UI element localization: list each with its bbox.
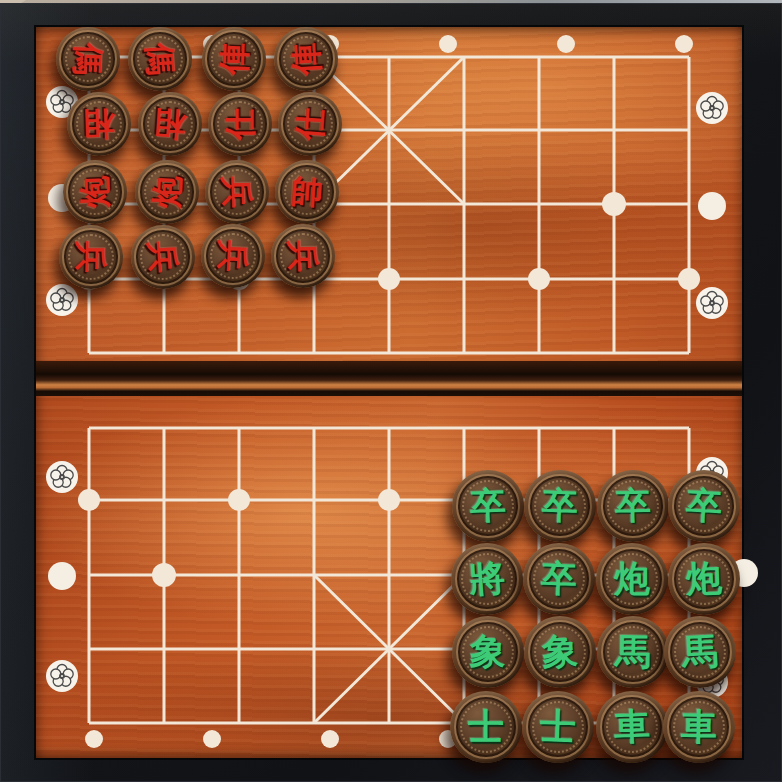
green-horse-piece[interactable]: 馬 <box>664 616 736 688</box>
red-soldier-piece[interactable]: 兵 <box>271 224 335 288</box>
piece-character: 俥 <box>289 42 323 76</box>
piece-character: 仕 <box>293 107 327 141</box>
piece-character: 俥 <box>217 42 250 75</box>
red-horse-piece[interactable]: 傌 <box>128 27 192 91</box>
green-cannon-piece[interactable]: 炮 <box>668 543 740 615</box>
green-elephant-piece[interactable]: 象 <box>452 616 524 688</box>
green-advisor-piece[interactable]: 士 <box>522 691 594 763</box>
red-soldier-piece[interactable]: 兵 <box>131 225 195 289</box>
piece-character: 士 <box>468 709 504 745</box>
piece-character: 車 <box>681 709 718 746</box>
pieces-layer: 傌傌俥俥相相仕仕炮炮兵帥兵兵兵兵卒卒卒卒將卒炮炮象象馬馬士士車車 <box>0 0 782 782</box>
piece-character: 炮 <box>150 175 184 209</box>
piece-character: 卒 <box>615 488 652 525</box>
piece-character: 兵 <box>75 241 108 274</box>
green-soldier-piece[interactable]: 卒 <box>523 543 595 615</box>
red-advisor-piece[interactable]: 仕 <box>278 92 342 156</box>
piece-character: 仕 <box>224 108 256 140</box>
red-cannon-piece[interactable]: 炮 <box>135 160 199 224</box>
green-soldier-piece[interactable]: 卒 <box>597 470 669 542</box>
green-soldier-piece[interactable]: 卒 <box>668 470 740 542</box>
red-soldier-piece[interactable]: 兵 <box>201 224 265 288</box>
red-soldier-piece[interactable]: 兵 <box>59 225 123 289</box>
red-chariot-piece[interactable]: 俥 <box>274 27 338 91</box>
red-horse-piece[interactable]: 傌 <box>56 27 120 91</box>
piece-character: 兵 <box>286 239 319 272</box>
piece-character: 卒 <box>469 487 506 524</box>
green-chariot-piece[interactable]: 車 <box>596 691 668 763</box>
green-cannon-piece[interactable]: 炮 <box>596 543 668 615</box>
piece-character: 傌 <box>71 42 104 75</box>
green-horse-piece[interactable]: 馬 <box>597 616 669 688</box>
piece-character: 兵 <box>220 175 253 208</box>
piece-character: 炮 <box>685 560 722 597</box>
piece-character: 卒 <box>540 560 577 597</box>
red-advisor-piece[interactable]: 仕 <box>208 92 272 156</box>
green-advisor-piece[interactable]: 士 <box>450 691 522 763</box>
piece-character: 炮 <box>78 175 111 208</box>
piece-character: 相 <box>153 107 187 141</box>
piece-character: 卒 <box>685 487 723 525</box>
piece-character: 將 <box>468 560 506 598</box>
piece-character: 馬 <box>615 634 652 671</box>
board-photo: 傌傌俥俥相相仕仕炮炮兵帥兵兵兵兵卒卒卒卒將卒炮炮象象馬馬士士車車 <box>0 0 782 782</box>
piece-character: 馬 <box>681 633 719 671</box>
green-soldier-piece[interactable]: 卒 <box>524 470 596 542</box>
piece-character: 兵 <box>146 240 180 274</box>
green-soldier-piece[interactable]: 卒 <box>452 470 524 542</box>
piece-character: 炮 <box>614 561 650 597</box>
red-cannon-piece[interactable]: 炮 <box>63 160 127 224</box>
green-general-piece[interactable]: 將 <box>451 543 523 615</box>
piece-character: 卒 <box>541 487 578 524</box>
red-elephant-piece[interactable]: 相 <box>138 92 202 156</box>
piece-character: 相 <box>82 107 115 140</box>
green-chariot-piece[interactable]: 車 <box>663 691 735 763</box>
piece-character: 象 <box>541 633 578 670</box>
piece-character: 傌 <box>143 42 177 76</box>
green-elephant-piece[interactable]: 象 <box>524 616 596 688</box>
piece-character: 象 <box>469 633 506 670</box>
piece-character: 兵 <box>216 239 250 273</box>
red-soldier-piece[interactable]: 兵 <box>205 160 269 224</box>
piece-character: 士 <box>539 708 576 745</box>
red-elephant-piece[interactable]: 相 <box>67 92 131 156</box>
piece-character: 車 <box>613 708 650 745</box>
piece-character: 帥 <box>290 175 324 209</box>
red-general-piece[interactable]: 帥 <box>275 160 339 224</box>
red-chariot-piece[interactable]: 俥 <box>202 27 266 91</box>
